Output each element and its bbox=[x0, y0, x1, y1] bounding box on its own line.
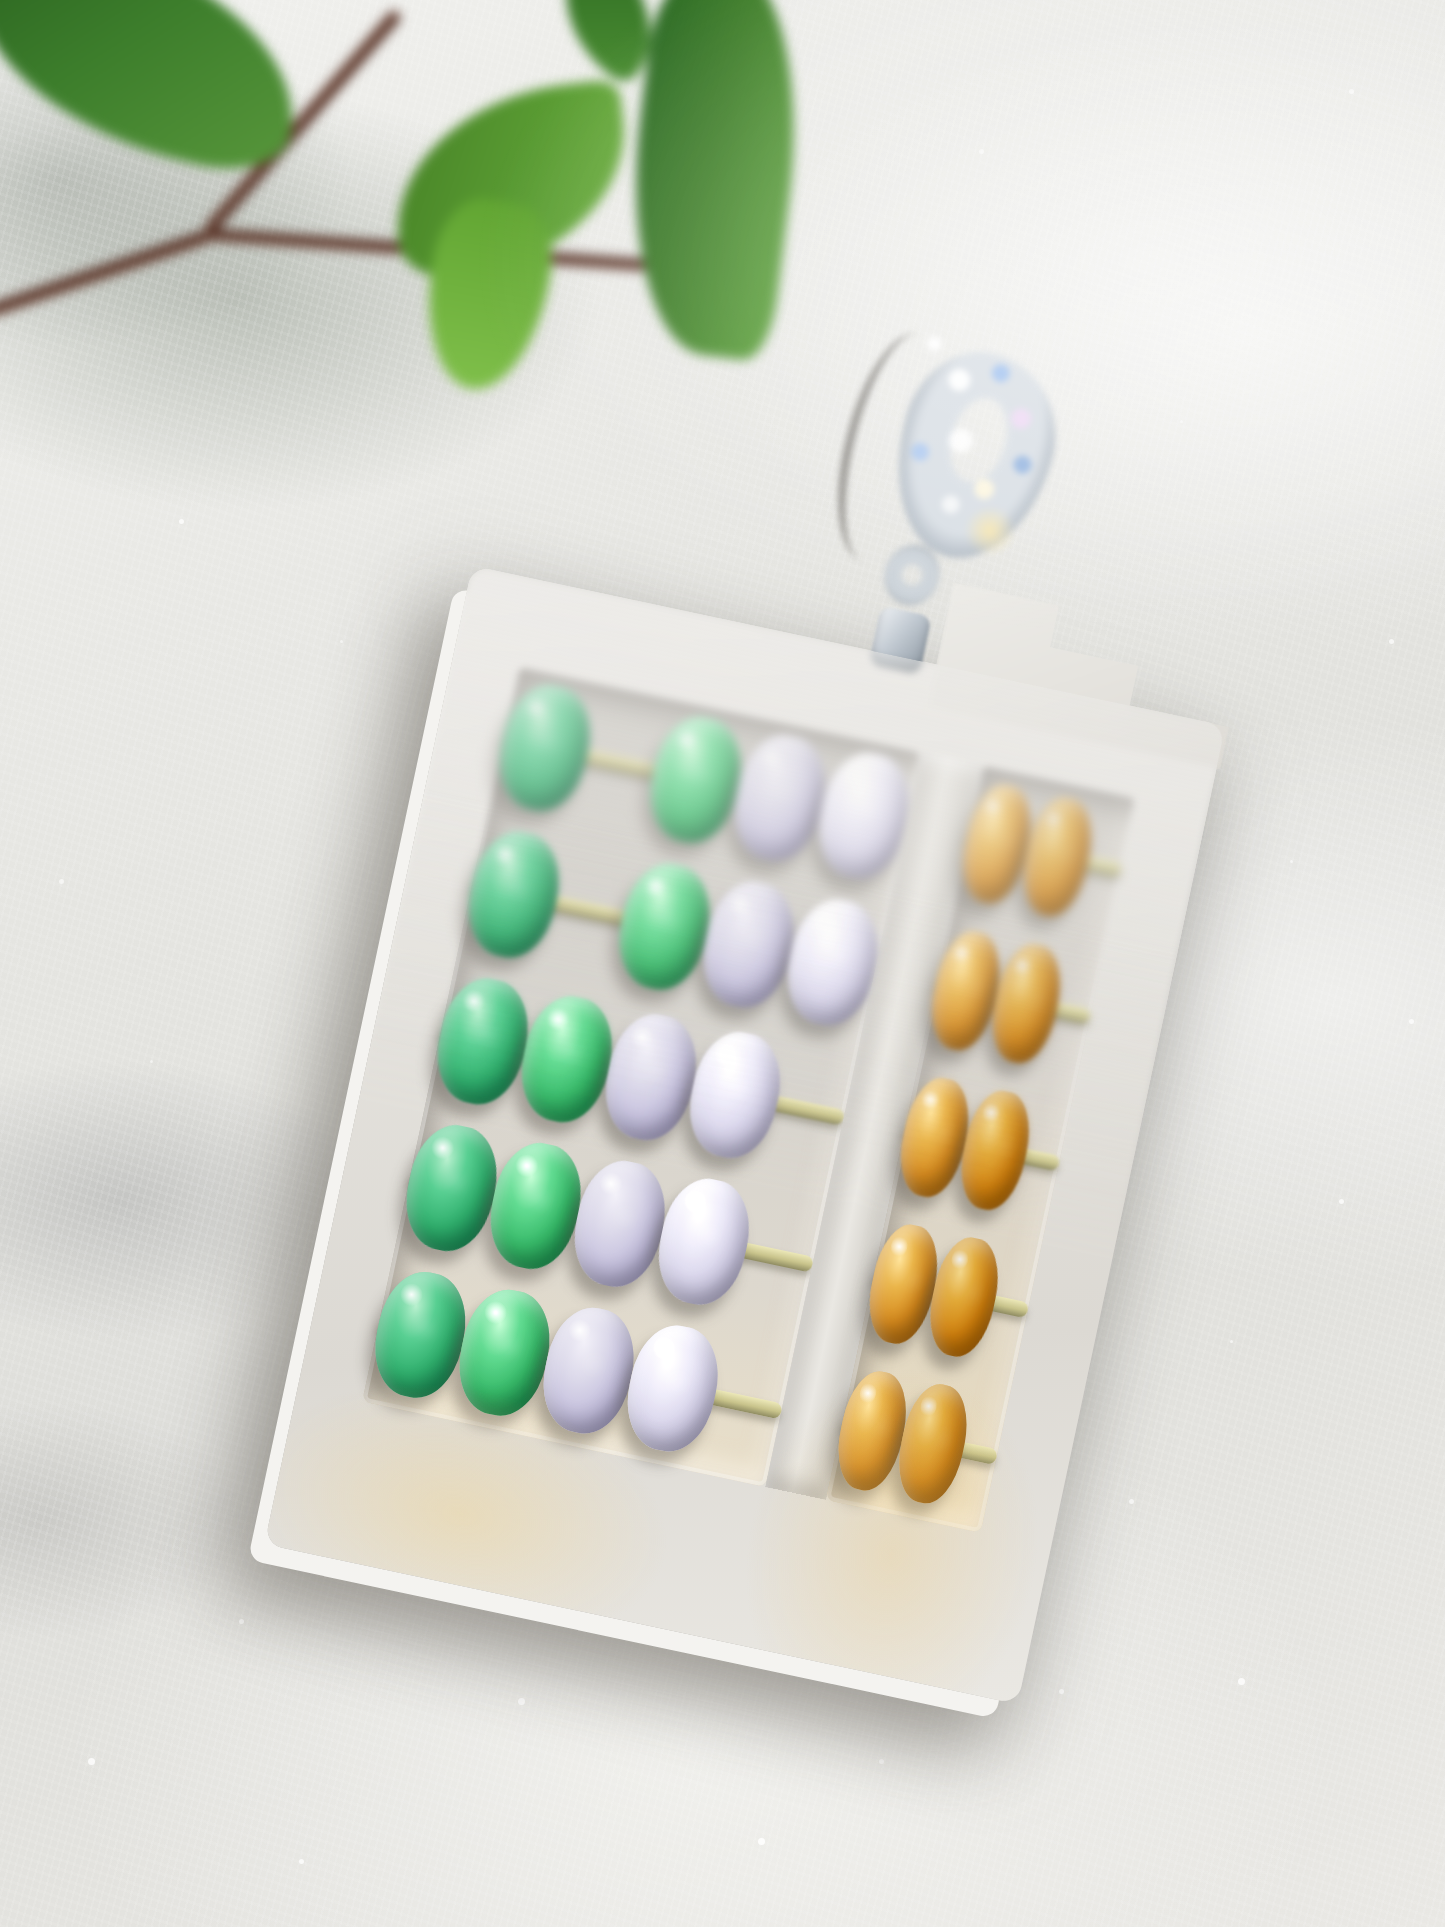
abacus-bead-green bbox=[512, 989, 622, 1130]
twig bbox=[0, 229, 212, 318]
abacus-bead-lavender bbox=[649, 1171, 759, 1312]
abacus-bead-lavender bbox=[596, 1007, 706, 1148]
leaf bbox=[0, 0, 321, 182]
bail-attachment-peg bbox=[869, 606, 932, 676]
abacus-bead-green bbox=[609, 856, 719, 997]
abacus-bead-green bbox=[459, 824, 569, 965]
gold-glint bbox=[962, 508, 1018, 554]
abacus-bead-lavender bbox=[680, 1025, 790, 1166]
abacus-bead-lavender bbox=[618, 1318, 728, 1459]
abacus-bead-green bbox=[490, 677, 600, 818]
abacus-bead-green bbox=[396, 1118, 506, 1259]
abacus-bead-green bbox=[480, 1135, 590, 1276]
abacus-bead-lavender bbox=[725, 727, 835, 868]
abacus-bead-green bbox=[641, 709, 751, 850]
abacus-bead-green bbox=[365, 1264, 475, 1405]
abacus-bead-green bbox=[428, 971, 538, 1112]
abacus-bead-lavender bbox=[533, 1300, 643, 1441]
abacus-bead-green bbox=[449, 1282, 559, 1423]
abacus-bead-lavender bbox=[694, 874, 804, 1015]
rod-5-right bbox=[826, 1351, 1012, 1531]
abacus-bead-lavender bbox=[565, 1153, 675, 1294]
